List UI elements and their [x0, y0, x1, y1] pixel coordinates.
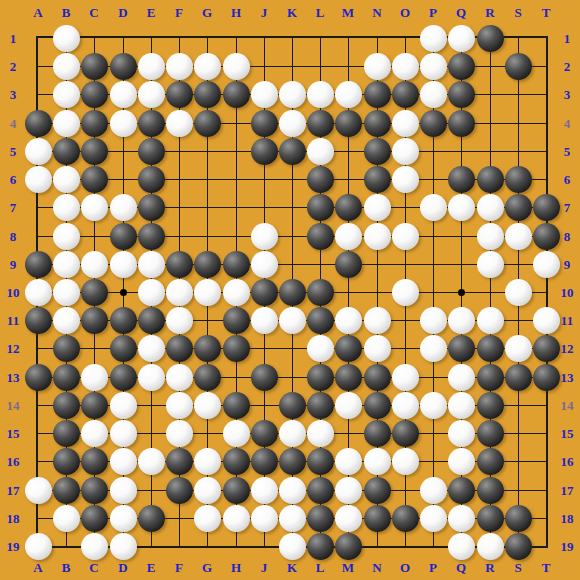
row-label: 1: [564, 32, 571, 45]
stone-black-L11: [307, 307, 334, 334]
stone-black-F17: [166, 477, 193, 504]
row-label: 14: [7, 399, 20, 412]
stone-black-K16: [279, 448, 306, 475]
hoshi-point: [120, 289, 127, 296]
stone-white-A6: [25, 166, 52, 193]
stone-black-Q2: [448, 53, 475, 80]
stone-white-D16: [110, 448, 137, 475]
stone-white-T11: [533, 307, 560, 334]
stone-white-D7: [110, 194, 137, 221]
row-label: 10: [7, 286, 20, 299]
stone-black-O18: [392, 505, 419, 532]
stone-white-P12: [420, 335, 447, 362]
col-label: E: [147, 6, 156, 19]
stone-black-F9: [166, 251, 193, 278]
stone-white-Q13: [448, 364, 475, 391]
col-label: O: [400, 6, 410, 19]
stone-white-K19: [279, 533, 306, 560]
stone-black-E18: [138, 505, 165, 532]
row-label: 19: [7, 540, 20, 553]
stone-black-N3: [364, 81, 391, 108]
row-label: 10: [561, 286, 574, 299]
stone-white-Q14: [448, 392, 475, 419]
stone-white-N8: [364, 223, 391, 250]
hoshi-point: [458, 289, 465, 296]
row-label: 5: [564, 145, 571, 158]
stone-white-K18: [279, 505, 306, 532]
stone-white-P18: [420, 505, 447, 532]
row-label: 8: [564, 230, 571, 243]
row-label: 17: [7, 484, 20, 497]
stone-black-E7: [138, 194, 165, 221]
stone-white-F15: [166, 420, 193, 447]
stone-white-K17: [279, 477, 306, 504]
col-label: B: [62, 561, 71, 574]
stone-black-E4: [138, 110, 165, 137]
col-label: C: [89, 561, 98, 574]
stone-black-H3: [223, 81, 250, 108]
col-label: F: [175, 561, 183, 574]
stone-black-R14: [477, 392, 504, 419]
stone-white-Q19: [448, 533, 475, 560]
stone-white-K11: [279, 307, 306, 334]
stone-white-G18: [194, 505, 221, 532]
stone-black-M12: [335, 335, 362, 362]
stone-black-L16: [307, 448, 334, 475]
stone-black-N4: [364, 110, 391, 137]
stone-black-J15: [251, 420, 278, 447]
stone-white-S10: [505, 279, 532, 306]
stone-white-O8: [392, 223, 419, 250]
stone-black-C10: [81, 279, 108, 306]
stone-white-N2: [364, 53, 391, 80]
stone-black-G3: [194, 81, 221, 108]
row-label: 13: [561, 371, 574, 384]
stone-white-D9: [110, 251, 137, 278]
stone-white-Q7: [448, 194, 475, 221]
stone-white-E13: [138, 364, 165, 391]
stone-white-A17: [25, 477, 52, 504]
col-label: J: [261, 6, 268, 19]
stone-black-H17: [223, 477, 250, 504]
stone-white-C19: [81, 533, 108, 560]
stone-white-N11: [364, 307, 391, 334]
stone-black-C16: [81, 448, 108, 475]
stone-black-B5: [53, 138, 80, 165]
stone-black-Q17: [448, 477, 475, 504]
stone-black-T7: [533, 194, 560, 221]
stone-black-A9: [25, 251, 52, 278]
col-label: G: [202, 6, 212, 19]
stone-white-A5: [25, 138, 52, 165]
stone-black-R6: [477, 166, 504, 193]
stone-white-D15: [110, 420, 137, 447]
stone-white-C7: [81, 194, 108, 221]
stone-white-L15: [307, 420, 334, 447]
stone-white-D14: [110, 392, 137, 419]
stone-white-O13: [392, 364, 419, 391]
stone-black-D11: [110, 307, 137, 334]
stone-black-G12: [194, 335, 221, 362]
row-label: 1: [10, 32, 17, 45]
stone-black-C17: [81, 477, 108, 504]
col-label: O: [400, 561, 410, 574]
row-label: 11: [561, 314, 573, 327]
stone-black-S2: [505, 53, 532, 80]
col-label: D: [118, 6, 127, 19]
row-label: 7: [10, 201, 17, 214]
col-label: M: [342, 6, 354, 19]
stone-white-P1: [420, 25, 447, 52]
stone-black-Q6: [448, 166, 475, 193]
stone-white-B18: [53, 505, 80, 532]
col-label: K: [287, 561, 297, 574]
stone-black-R13: [477, 364, 504, 391]
row-label: 18: [7, 512, 20, 525]
stone-black-A4: [25, 110, 52, 137]
col-label: B: [62, 6, 71, 19]
stone-white-G10: [194, 279, 221, 306]
go-board[interactable]: AABBCCDDEEFFGGHHJJKKLLMMNNOOPPQQRRSSTT11…: [0, 0, 580, 580]
stone-white-R8: [477, 223, 504, 250]
row-label: 16: [561, 455, 574, 468]
stone-white-G16: [194, 448, 221, 475]
stone-white-H18: [223, 505, 250, 532]
stone-black-R15: [477, 420, 504, 447]
row-label: 11: [7, 314, 19, 327]
col-label: N: [372, 561, 381, 574]
stone-white-L3: [307, 81, 334, 108]
stone-white-L5: [307, 138, 334, 165]
stone-white-O14: [392, 392, 419, 419]
col-label: H: [231, 561, 241, 574]
stone-white-B11: [53, 307, 80, 334]
row-label: 14: [561, 399, 574, 412]
stone-white-T9: [533, 251, 560, 278]
stone-black-L18: [307, 505, 334, 532]
stone-black-T8: [533, 223, 560, 250]
stone-black-M9: [335, 251, 362, 278]
row-label: 2: [10, 60, 17, 73]
stone-white-J8: [251, 223, 278, 250]
stone-black-R18: [477, 505, 504, 532]
stone-white-D4: [110, 110, 137, 137]
stone-black-C3: [81, 81, 108, 108]
col-label: K: [287, 6, 297, 19]
stone-black-D13: [110, 364, 137, 391]
col-label: Q: [456, 6, 466, 19]
stone-black-N17: [364, 477, 391, 504]
stone-white-D17: [110, 477, 137, 504]
stone-black-H11: [223, 307, 250, 334]
row-label: 12: [7, 342, 20, 355]
stone-white-E3: [138, 81, 165, 108]
stone-white-D18: [110, 505, 137, 532]
stone-white-A19: [25, 533, 52, 560]
stone-black-J10: [251, 279, 278, 306]
stone-white-F13: [166, 364, 193, 391]
stone-white-M18: [335, 505, 362, 532]
stone-white-F14: [166, 392, 193, 419]
stone-white-P17: [420, 477, 447, 504]
row-label: 3: [10, 88, 17, 101]
stone-white-M14: [335, 392, 362, 419]
stone-white-F2: [166, 53, 193, 80]
stone-black-E5: [138, 138, 165, 165]
stone-white-D19: [110, 533, 137, 560]
stone-black-C6: [81, 166, 108, 193]
stone-white-H2: [223, 53, 250, 80]
stone-white-O5: [392, 138, 419, 165]
stone-white-Q1: [448, 25, 475, 52]
stone-white-M3: [335, 81, 362, 108]
col-label: T: [542, 561, 551, 574]
stone-white-F4: [166, 110, 193, 137]
stone-black-E8: [138, 223, 165, 250]
stone-black-L8: [307, 223, 334, 250]
stone-black-C5: [81, 138, 108, 165]
stone-white-B8: [53, 223, 80, 250]
stone-black-M19: [335, 533, 362, 560]
stone-black-G4: [194, 110, 221, 137]
stone-white-E2: [138, 53, 165, 80]
stone-white-G17: [194, 477, 221, 504]
stone-black-F3: [166, 81, 193, 108]
stone-black-N15: [364, 420, 391, 447]
stone-white-O6: [392, 166, 419, 193]
stone-white-Q18: [448, 505, 475, 532]
stone-white-S12: [505, 335, 532, 362]
stone-white-P2: [420, 53, 447, 80]
stone-black-S7: [505, 194, 532, 221]
stone-black-H14: [223, 392, 250, 419]
stone-black-Q3: [448, 81, 475, 108]
stone-black-L7: [307, 194, 334, 221]
row-label: 8: [10, 230, 17, 243]
stone-black-S13: [505, 364, 532, 391]
stone-black-R17: [477, 477, 504, 504]
stone-black-H12: [223, 335, 250, 362]
stone-white-K4: [279, 110, 306, 137]
stone-white-N7: [364, 194, 391, 221]
row-label: 13: [7, 371, 20, 384]
stone-black-N18: [364, 505, 391, 532]
stone-white-Q16: [448, 448, 475, 475]
col-label: A: [33, 6, 42, 19]
stone-black-M4: [335, 110, 362, 137]
stone-black-B13: [53, 364, 80, 391]
stone-black-L6: [307, 166, 334, 193]
stone-white-M16: [335, 448, 362, 475]
stone-black-A13: [25, 364, 52, 391]
col-label: N: [372, 6, 381, 19]
row-label: 5: [10, 145, 17, 158]
row-label: 12: [561, 342, 574, 355]
stone-black-Q12: [448, 335, 475, 362]
stone-white-M11: [335, 307, 362, 334]
stone-black-R12: [477, 335, 504, 362]
col-label: F: [175, 6, 183, 19]
stone-white-P3: [420, 81, 447, 108]
stone-black-J5: [251, 138, 278, 165]
stone-white-R11: [477, 307, 504, 334]
stone-black-L17: [307, 477, 334, 504]
stone-white-G14: [194, 392, 221, 419]
stone-black-C14: [81, 392, 108, 419]
stone-white-D3: [110, 81, 137, 108]
col-label: C: [89, 6, 98, 19]
stone-white-O4: [392, 110, 419, 137]
stone-black-C2: [81, 53, 108, 80]
col-label: P: [429, 6, 437, 19]
stone-black-B14: [53, 392, 80, 419]
stone-white-E9: [138, 251, 165, 278]
stone-white-P14: [420, 392, 447, 419]
row-label: 15: [561, 427, 574, 440]
stone-white-N12: [364, 335, 391, 362]
row-label: 17: [561, 484, 574, 497]
stone-white-O16: [392, 448, 419, 475]
stone-black-K5: [279, 138, 306, 165]
stone-white-B2: [53, 53, 80, 80]
stone-white-B6: [53, 166, 80, 193]
stone-black-E6: [138, 166, 165, 193]
stone-black-H16: [223, 448, 250, 475]
stone-black-N6: [364, 166, 391, 193]
row-label: 6: [564, 173, 571, 186]
stone-white-J9: [251, 251, 278, 278]
stone-black-L14: [307, 392, 334, 419]
stone-white-K15: [279, 420, 306, 447]
stone-white-E12: [138, 335, 165, 362]
stone-black-R1: [477, 25, 504, 52]
stone-white-M17: [335, 477, 362, 504]
stone-black-L19: [307, 533, 334, 560]
stone-white-J11: [251, 307, 278, 334]
stone-black-G13: [194, 364, 221, 391]
stone-white-B1: [53, 25, 80, 52]
row-label: 2: [564, 60, 571, 73]
stone-black-T13: [533, 364, 560, 391]
stone-black-H9: [223, 251, 250, 278]
stone-white-R9: [477, 251, 504, 278]
stone-black-S6: [505, 166, 532, 193]
stone-black-C4: [81, 110, 108, 137]
stone-black-B15: [53, 420, 80, 447]
col-label: A: [33, 561, 42, 574]
col-label: E: [147, 561, 156, 574]
col-label: L: [316, 6, 325, 19]
row-label: 15: [7, 427, 20, 440]
row-label: 19: [561, 540, 574, 553]
stone-white-Q15: [448, 420, 475, 447]
row-label: 4: [10, 117, 17, 130]
col-label: S: [514, 561, 521, 574]
stone-black-M7: [335, 194, 362, 221]
col-label: G: [202, 561, 212, 574]
stone-black-B17: [53, 477, 80, 504]
stone-black-K14: [279, 392, 306, 419]
stone-black-B16: [53, 448, 80, 475]
stone-black-J4: [251, 110, 278, 137]
stone-white-H10: [223, 279, 250, 306]
stone-black-K10: [279, 279, 306, 306]
row-label: 7: [564, 201, 571, 214]
stone-black-N5: [364, 138, 391, 165]
stone-white-P7: [420, 194, 447, 221]
stone-black-G9: [194, 251, 221, 278]
row-label: 9: [564, 258, 571, 271]
col-label: T: [542, 6, 551, 19]
stone-black-A11: [25, 307, 52, 334]
row-label: 18: [561, 512, 574, 525]
stone-white-B9: [53, 251, 80, 278]
stone-white-Q11: [448, 307, 475, 334]
stone-white-M8: [335, 223, 362, 250]
stone-white-O2: [392, 53, 419, 80]
stone-white-S8: [505, 223, 532, 250]
col-label: J: [261, 561, 268, 574]
col-label: D: [118, 561, 127, 574]
stone-black-M13: [335, 364, 362, 391]
col-label: M: [342, 561, 354, 574]
stone-white-F11: [166, 307, 193, 334]
row-label: 9: [10, 258, 17, 271]
stone-black-J13: [251, 364, 278, 391]
col-label: R: [485, 6, 494, 19]
stone-black-F12: [166, 335, 193, 362]
stone-black-N14: [364, 392, 391, 419]
stone-white-J3: [251, 81, 278, 108]
stone-white-G2: [194, 53, 221, 80]
stone-white-H15: [223, 420, 250, 447]
stone-white-J17: [251, 477, 278, 504]
stone-white-K3: [279, 81, 306, 108]
stone-black-O3: [392, 81, 419, 108]
stone-white-A10: [25, 279, 52, 306]
stone-black-T12: [533, 335, 560, 362]
stone-black-L13: [307, 364, 334, 391]
stone-white-B7: [53, 194, 80, 221]
stone-black-N13: [364, 364, 391, 391]
stone-white-R19: [477, 533, 504, 560]
stone-white-R7: [477, 194, 504, 221]
stone-black-R16: [477, 448, 504, 475]
stone-black-F16: [166, 448, 193, 475]
stone-white-C15: [81, 420, 108, 447]
stone-white-J18: [251, 505, 278, 532]
stone-black-L4: [307, 110, 334, 137]
stone-white-E10: [138, 279, 165, 306]
stone-black-D12: [110, 335, 137, 362]
col-label: L: [316, 561, 325, 574]
stone-white-C13: [81, 364, 108, 391]
stone-black-C11: [81, 307, 108, 334]
col-label: H: [231, 6, 241, 19]
stone-white-L12: [307, 335, 334, 362]
stone-black-P4: [420, 110, 447, 137]
stone-white-B4: [53, 110, 80, 137]
stone-black-J16: [251, 448, 278, 475]
stone-black-D8: [110, 223, 137, 250]
stone-white-O10: [392, 279, 419, 306]
stone-white-F10: [166, 279, 193, 306]
stone-black-L10: [307, 279, 334, 306]
stone-white-B10: [53, 279, 80, 306]
col-label: Q: [456, 561, 466, 574]
stone-black-C18: [81, 505, 108, 532]
row-label: 16: [7, 455, 20, 468]
